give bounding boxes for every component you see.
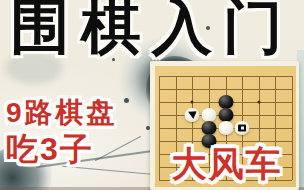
stone-white (218, 121, 233, 135)
board-caption: 大风车 (156, 143, 298, 185)
subtitle-line-capture: 吃3子 (6, 130, 118, 168)
subtitle-line-board-size: 9路棋盘 (6, 96, 118, 130)
stone-black (201, 121, 216, 135)
triangle-marker-icon (188, 111, 197, 119)
stone-black (218, 95, 233, 109)
grid-line-horizontal (159, 141, 292, 142)
stone-marker-triangle (188, 111, 197, 119)
star-point (257, 101, 260, 104)
square-marker-icon (238, 125, 246, 132)
stone-marker-square (238, 125, 246, 132)
ink-dot (124, 98, 129, 103)
stone-white (201, 108, 216, 122)
video-thumbnail: 围棋入门 9路棋盘 吃3子 大风车 (0, 0, 304, 190)
page-title: 围棋入门 (0, 0, 304, 60)
stone-black (218, 108, 233, 122)
subtitle-block: 9路棋盘 吃3子 (6, 96, 118, 168)
star-point (191, 101, 194, 104)
